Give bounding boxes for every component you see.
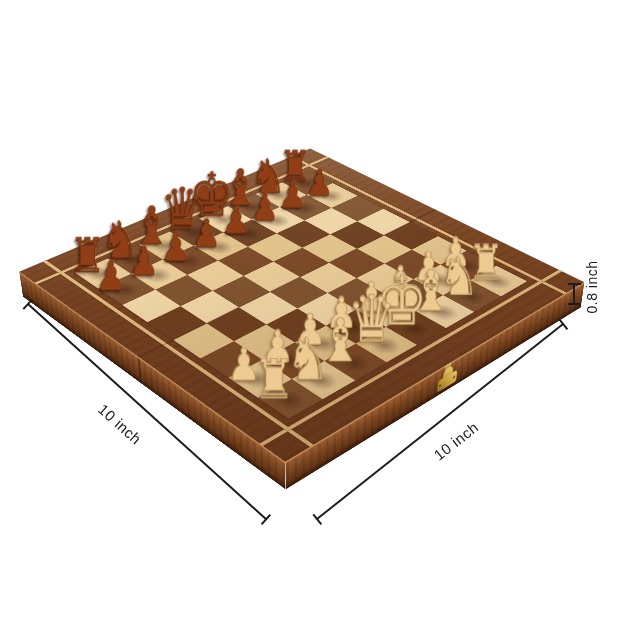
black-pawn-glyph: ♟ — [58, 255, 165, 296]
product-scene: ♜♟♞♟♝♟♚♟♛♟♝♟♟♞♜♟♟♜♞♟♟♝♟♚♟♛♟♝♟♞♟♜ — [0, 0, 625, 625]
product-photo-canvas: { "game": "chess", "position": "rnbqkbnr… — [0, 0, 625, 625]
white-rook-glyph: ♜ — [214, 352, 334, 407]
dimension-line-thickness — [573, 283, 575, 305]
dimension-label-thickness: 0.8 inch — [584, 260, 600, 313]
